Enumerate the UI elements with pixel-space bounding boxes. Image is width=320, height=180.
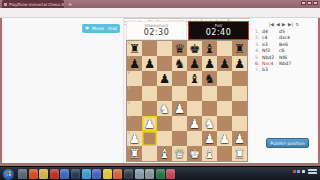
square-e8[interactable]: ♚ [187, 41, 202, 56]
square-e1[interactable]: ♚ [187, 146, 202, 161]
chess-board[interactable]: 8♜♛♚♝♜7♟♟♞♟♟♟♟6♟♝♞54♞♟3♟♟♞2♟♟♟♟1♜♝♛♚♝♜ [127, 41, 247, 161]
white-bishop[interactable]: ♝ [157, 146, 172, 161]
square-b8[interactable] [142, 41, 157, 56]
black-knight[interactable]: ♞ [172, 56, 187, 71]
start-button[interactable] [3, 169, 14, 180]
white-king[interactable]: ♚ [187, 146, 202, 161]
tray-icon[interactable] [297, 170, 300, 173]
white-pawn[interactable]: ♟ [187, 116, 202, 131]
square-d8[interactable]: ♛ [172, 41, 187, 56]
taskbar-app-icon-4[interactable] [50, 169, 59, 179]
window-controls [301, 1, 318, 5]
go-last-icon[interactable]: ▶| [288, 22, 293, 28]
rank-label: 5 [128, 86, 130, 90]
rank-label: 3 [128, 116, 130, 120]
white-move[interactable]: b3 [262, 67, 279, 73]
square-f4[interactable] [202, 101, 217, 116]
square-d5[interactable] [172, 86, 187, 101]
panel-tabs: ♥ Move chat [82, 24, 120, 33]
white-rook[interactable]: ♜ [232, 146, 247, 161]
tray-icon[interactable] [293, 170, 296, 173]
publish-position-button[interactable]: Publish position [266, 138, 309, 148]
taskbar-app-icon-11[interactable] [124, 169, 133, 179]
square-f6[interactable]: ♞ [202, 71, 217, 86]
square-g8[interactable] [217, 41, 232, 56]
square-c1[interactable]: ♝ [157, 146, 172, 161]
rank-label: 6 [128, 71, 130, 75]
move-row: 7.b3 [255, 67, 315, 73]
browser-toolbar: ‹ › play-zone.immortalchess.net — PlayZo… [0, 8, 320, 18]
taskbar-app-icon-8[interactable] [92, 169, 101, 179]
black-queen[interactable]: ♛ [172, 41, 187, 56]
close-button[interactable] [313, 1, 318, 5]
black-pawn[interactable]: ♟ [232, 56, 247, 71]
black-player-time: 02:40 [206, 28, 232, 38]
square-g2[interactable]: ♟ [217, 131, 232, 146]
minimize-button[interactable] [301, 1, 306, 5]
square-h5[interactable] [232, 86, 247, 101]
square-f7[interactable]: ♟ [202, 56, 217, 71]
square-h6[interactable] [232, 71, 247, 86]
square-a7[interactable]: 7♟ [127, 56, 142, 71]
white-pawn[interactable]: ♟ [142, 116, 157, 131]
white-bishop[interactable]: ♝ [202, 146, 217, 161]
rank-label: 8 [128, 41, 130, 45]
black-bishop[interactable]: ♝ [202, 41, 217, 56]
black-pawn[interactable]: ♟ [202, 56, 217, 71]
black-king[interactable]: ♚ [187, 41, 202, 56]
rank-label: 7 [128, 56, 130, 60]
square-d3[interactable] [172, 116, 187, 131]
square-e6[interactable]: ♝ [187, 71, 202, 86]
square-a6[interactable]: 6 [127, 71, 142, 86]
moves-panel: |◀◀▶▶|↻ 1.d4d52.c4dxc43.e3Be64.Nf3c65.Nb… [250, 18, 318, 163]
square-f1[interactable]: ♝ [202, 146, 217, 161]
tab-chat[interactable]: chat [107, 24, 117, 33]
tab-favicon-icon [4, 3, 7, 6]
browser-titlebar: PlayZone Immortal Chess Net + [0, 0, 320, 8]
square-f5[interactable] [202, 86, 217, 101]
tray-icon[interactable] [302, 170, 305, 173]
square-c6[interactable]: ♟ [157, 71, 172, 86]
white-player-clock: Sibelephant 02:30 [126, 21, 187, 40]
move-number: 7. [255, 67, 262, 73]
square-c7[interactable] [157, 56, 172, 71]
square-b7[interactable]: ♟ [142, 56, 157, 71]
taskbar-apps [18, 169, 175, 179]
square-c8[interactable] [157, 41, 172, 56]
windows-logo-icon [6, 171, 11, 177]
square-e3[interactable]: ♟ [187, 116, 202, 131]
square-b3[interactable]: ♟ [142, 116, 157, 131]
black-rook[interactable]: ♜ [232, 41, 247, 56]
square-d7[interactable]: ♞ [172, 56, 187, 71]
square-b2[interactable] [142, 131, 157, 146]
taskbar-app-icon-3[interactable] [39, 169, 48, 179]
square-h7[interactable]: ♟ [232, 56, 247, 71]
rank-label: 1 [128, 146, 130, 150]
square-h1[interactable]: ♜ [232, 146, 247, 161]
taskbar [0, 166, 320, 180]
taskbar-app-icon-2[interactable] [29, 169, 38, 179]
square-a2[interactable]: 2♟ [127, 131, 142, 146]
taskbar-app-icon-13[interactable] [145, 169, 154, 179]
square-a3[interactable]: 3 [127, 116, 142, 131]
square-h2[interactable]: ♟ [232, 131, 247, 146]
chat-panel: ♥ Move chat [2, 18, 124, 163]
square-e7[interactable]: ♟ [187, 56, 202, 71]
system-tray [293, 169, 318, 174]
heart-icon: ♥ [85, 24, 89, 33]
tab-move[interactable]: Move [92, 24, 104, 33]
white-knight[interactable]: ♞ [202, 116, 217, 131]
square-h4[interactable] [232, 101, 247, 116]
go-first-icon[interactable]: |◀ [269, 22, 274, 28]
square-d1[interactable]: ♛ [172, 146, 187, 161]
taskbar-app-icon-1[interactable] [18, 169, 27, 179]
square-c5[interactable] [157, 86, 172, 101]
black-pawn[interactable]: ♟ [187, 56, 202, 71]
square-g3[interactable] [217, 116, 232, 131]
black-player-clock-active: FoV 02:40 [188, 21, 249, 40]
taskbar-app-icon-7[interactable] [82, 169, 91, 179]
browser-tab[interactable]: PlayZone Immortal Chess Net [2, 0, 64, 8]
taskbar-app-icon-10[interactable] [113, 169, 122, 179]
square-h3[interactable] [232, 116, 247, 131]
taskbar-app-icon-15[interactable] [166, 169, 175, 179]
refresh-icon[interactable]: ↻ [296, 22, 300, 28]
square-b4[interactable] [142, 101, 157, 116]
taskbar-app-icon-5[interactable] [60, 169, 69, 179]
square-h8[interactable]: ♜ [232, 41, 247, 56]
white-pawn[interactable]: ♟ [172, 101, 187, 116]
square-f2[interactable]: ♟ [202, 131, 217, 146]
square-b1[interactable] [142, 146, 157, 161]
square-e5[interactable] [187, 86, 202, 101]
white-pawn[interactable]: ♟ [202, 131, 217, 146]
rank-label: 2 [128, 131, 130, 135]
square-c2[interactable] [157, 131, 172, 146]
square-a1[interactable]: 1♜ [127, 146, 142, 161]
square-b6[interactable] [142, 71, 157, 86]
black-knight[interactable]: ♞ [202, 71, 217, 86]
square-g6[interactable] [217, 71, 232, 86]
new-tab-button[interactable]: + [66, 1, 74, 8]
black-bishop[interactable]: ♝ [187, 71, 202, 86]
step-forward-icon[interactable]: ▶ [282, 22, 285, 28]
maximize-button[interactable] [307, 1, 312, 5]
white-queen[interactable]: ♛ [172, 146, 187, 161]
black-pawn[interactable]: ♟ [142, 56, 157, 71]
square-a5[interactable]: 5 [127, 86, 142, 101]
white-player-time: 02:30 [144, 28, 170, 38]
taskbar-app-icon-14[interactable] [156, 169, 165, 179]
tab-title: PlayZone Immortal Chess Net [9, 2, 64, 7]
move-nav-controls: |◀◀▶▶|↻ [250, 22, 318, 28]
square-g7[interactable]: ♟ [217, 56, 232, 71]
square-c3[interactable] [157, 116, 172, 131]
black-pawn[interactable]: ♟ [157, 71, 172, 86]
black-pawn[interactable]: ♟ [217, 56, 232, 71]
square-a4[interactable]: 4 [127, 101, 142, 116]
square-d2[interactable] [172, 131, 187, 146]
square-f3[interactable]: ♞ [202, 116, 217, 131]
player-clocks: Sibelephant 02:30 FoV 02:40 [126, 21, 249, 40]
taskbar-app-icon-9[interactable] [103, 169, 112, 179]
square-b5[interactable] [142, 86, 157, 101]
black-move[interactable]: Nbd7 [279, 61, 291, 67]
white-pawn[interactable]: ♟ [232, 131, 247, 146]
move-list: 1.d4d52.c4dxc43.e3Be64.Nf3c65.Nbd2Nf66.N… [255, 29, 315, 74]
square-f8[interactable]: ♝ [202, 41, 217, 56]
taskbar-app-icon-6[interactable] [71, 169, 80, 179]
square-a8[interactable]: 8♜ [127, 41, 142, 56]
white-knight[interactable]: ♞ [157, 101, 172, 116]
step-back-icon[interactable]: ◀ [276, 22, 279, 28]
square-g1[interactable] [217, 146, 232, 161]
desktop: PlayZone Immortal Chess Net + ‹ › play-z… [0, 0, 320, 180]
white-pawn[interactable]: ♟ [217, 131, 232, 146]
square-e2[interactable] [187, 131, 202, 146]
square-d4[interactable]: ♟ [172, 101, 187, 116]
taskbar-app-icon-12[interactable] [135, 169, 144, 179]
square-g5[interactable] [217, 86, 232, 101]
square-g4[interactable] [217, 101, 232, 116]
rank-label: 4 [128, 101, 130, 105]
tray-clock-blur [308, 169, 317, 174]
square-c4[interactable]: ♞ [157, 101, 172, 116]
square-e4[interactable] [187, 101, 202, 116]
square-d6[interactable] [172, 71, 187, 86]
